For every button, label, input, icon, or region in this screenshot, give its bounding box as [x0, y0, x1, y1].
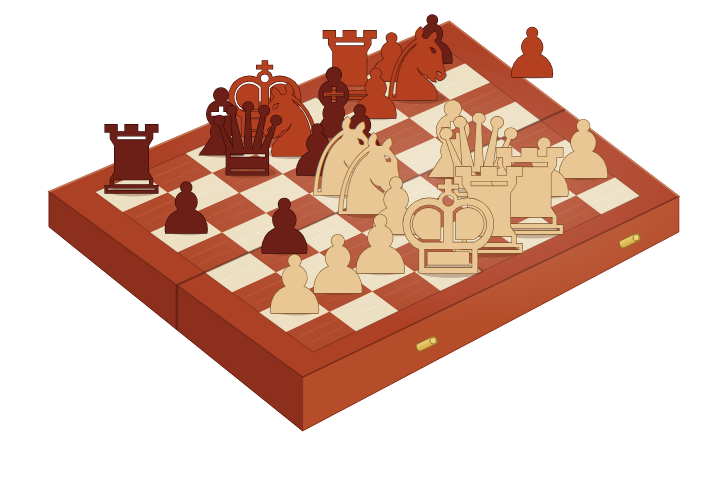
- board-scene: ♟♟♟♜♞♟♚♝♝♞♟♛♟♝♟♜♞♛♟♞♟♟♟♜♜♟♚♟♟♟: [0, 0, 720, 478]
- piece-red-pawn-offboard-ne-border: ♟: [502, 14, 563, 93]
- piece-red-pawn-a6: ♟: [155, 168, 218, 250]
- chess-set-product-photo: ♟♟♟♜♞♟♚♝♝♞♟♛♟♝♟♜♞♛♟♞♟♟♟♜♜♟♚♟♟♟ Overhead …: [0, 0, 720, 478]
- piece-natural-pawn-a2: ♟: [259, 239, 331, 332]
